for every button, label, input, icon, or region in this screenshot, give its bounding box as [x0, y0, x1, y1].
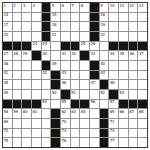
cell-number: 33 [91, 51, 96, 56]
cell-r7c14[interactable] [129, 61, 138, 70]
cell-r1c1[interactable]: 1 [3, 3, 12, 12]
cell-r2c14[interactable] [129, 13, 138, 22]
cell-r15c13[interactable] [119, 138, 128, 147]
black-cell-r15c11 [100, 138, 109, 147]
cell-number: 3 [23, 3, 25, 8]
black-cell-r11c15 [138, 100, 147, 109]
cell-r12c5[interactable] [42, 109, 51, 118]
cell-r15c12[interactable]: 77 [109, 138, 118, 147]
cell-r7c11[interactable]: 40 [100, 61, 109, 70]
black-cell-r5c1 [3, 42, 12, 51]
cell-number: 68 [139, 109, 144, 114]
cell-r4c12[interactable] [109, 32, 118, 41]
cell-r3c13[interactable] [119, 22, 128, 31]
cell-number: 12 [129, 3, 134, 8]
cell-r3c2[interactable] [13, 22, 22, 31]
cell-number: 62 [62, 109, 67, 114]
black-cell-r9c6 [51, 80, 60, 89]
cell-r12c2[interactable]: 59 [13, 109, 22, 118]
cell-r8c7[interactable]: 43 [61, 71, 70, 80]
cell-r5c5[interactable]: 24 [42, 42, 51, 51]
cell-number: 61 [33, 109, 38, 114]
cell-number: 69 [4, 119, 9, 124]
cell-r2c4[interactable] [32, 13, 41, 22]
cell-r12c4[interactable]: 61 [32, 109, 41, 118]
cell-r8c5[interactable]: 42 [42, 71, 51, 80]
cell-r13c14[interactable] [129, 119, 138, 128]
cell-number: 11 [120, 3, 125, 8]
cell-r9c7[interactable]: 46 [61, 80, 70, 89]
cell-r10c8[interactable]: 51 [71, 90, 80, 99]
cell-r9c9[interactable] [80, 80, 89, 89]
cell-r1c8[interactable]: 7 [71, 3, 80, 12]
black-cell-r12c6 [51, 109, 60, 118]
cell-number: 49 [4, 90, 9, 95]
cell-r14c5[interactable] [42, 129, 51, 138]
cell-number: 7 [71, 3, 73, 8]
cell-number: 8 [81, 3, 83, 8]
cell-number: 24 [42, 41, 47, 46]
cell-r8c13[interactable] [119, 71, 128, 80]
cell-r7c6[interactable]: 39 [51, 61, 60, 70]
cell-r2c8[interactable] [71, 13, 80, 22]
black-cell-r12c11 [100, 109, 109, 118]
cell-r10c2[interactable] [13, 90, 22, 99]
cell-r10c1[interactable]: 49 [3, 90, 12, 99]
cell-r5c11[interactable] [100, 42, 109, 51]
cell-r12c8[interactable]: 63 [71, 109, 80, 118]
cell-r15c15[interactable] [138, 138, 147, 147]
cell-r10c13[interactable]: 53 [119, 90, 128, 99]
cell-r10c10[interactable] [90, 90, 99, 99]
black-cell-r5c13 [119, 42, 128, 51]
cell-r4c15[interactable] [138, 32, 147, 41]
cell-number: 54 [42, 99, 47, 104]
black-cell-r14c6 [51, 129, 60, 138]
black-cell-r1c5 [42, 3, 51, 12]
cell-r13c1[interactable]: 69 [3, 119, 12, 128]
black-cell-r5c3 [22, 42, 31, 51]
cell-r10c3[interactable] [22, 90, 31, 99]
cell-number: 17 [4, 22, 9, 27]
cell-r15c14[interactable] [129, 138, 138, 147]
cell-r15c8[interactable] [71, 138, 80, 147]
cell-r9c4[interactable] [32, 80, 41, 89]
cell-r6c11[interactable] [100, 51, 109, 60]
cell-r3c12[interactable] [109, 22, 118, 31]
cell-number: 23 [33, 41, 38, 46]
cell-r2c12[interactable] [109, 13, 118, 22]
black-cell-r5c15 [138, 42, 147, 51]
cell-number: 42 [42, 70, 47, 75]
cell-number: 40 [100, 61, 105, 66]
cell-r9c8[interactable] [71, 80, 80, 89]
cell-r8c4[interactable] [32, 71, 41, 80]
cell-r12c12[interactable]: 65 [109, 109, 118, 118]
cell-number: 28 [13, 51, 18, 56]
cell-r2c7[interactable] [61, 13, 70, 22]
cell-r9c5[interactable] [42, 80, 51, 89]
cell-r7c2[interactable] [13, 61, 22, 70]
cell-r9c10[interactable]: 47 [90, 80, 99, 89]
cell-r12c14[interactable]: 67 [129, 109, 138, 118]
cell-r15c10[interactable] [90, 138, 99, 147]
cell-r14c4[interactable] [32, 129, 41, 138]
cell-r11c5[interactable]: 54 [42, 100, 51, 109]
cell-r4c14[interactable] [129, 32, 138, 41]
cell-r6c12[interactable]: 34 [109, 51, 118, 60]
black-cell-r4c5 [42, 32, 51, 41]
cell-r15c1[interactable]: 75 [3, 138, 12, 147]
cell-number: 4 [33, 3, 35, 8]
cell-number: 53 [120, 90, 125, 95]
cell-r11c10[interactable]: 56 [90, 100, 99, 109]
cell-r12c7[interactable]: 62 [61, 109, 70, 118]
cell-r1c12[interactable]: 10 [109, 3, 118, 12]
cell-number: 75 [4, 138, 9, 143]
cell-number: 1 [4, 3, 6, 8]
cell-r13c13[interactable] [119, 119, 128, 128]
black-cell-r13c6 [51, 119, 60, 128]
black-cell-r11c2 [13, 100, 22, 109]
cell-r9c14[interactable] [129, 80, 138, 89]
black-cell-r11c14 [129, 100, 138, 109]
cell-r8c8[interactable] [71, 71, 80, 80]
cell-r10c6[interactable]: 50 [51, 90, 60, 99]
cell-r6c6[interactable] [51, 51, 60, 60]
cell-r13c9[interactable] [80, 119, 89, 128]
cell-r12c15[interactable]: 68 [138, 109, 147, 118]
cell-r5c9[interactable]: 25 [80, 42, 89, 51]
black-cell-r1c10 [90, 3, 99, 12]
cell-number: 35 [120, 51, 125, 56]
cell-number: 16 [100, 12, 105, 17]
cell-r1c6[interactable]: 5 [51, 3, 60, 12]
cell-r9c13[interactable] [119, 80, 128, 89]
cell-r13c4[interactable] [32, 119, 41, 128]
cell-r3c8[interactable] [71, 22, 80, 31]
black-cell-r7c5 [42, 61, 51, 70]
cell-number: 52 [100, 90, 105, 95]
cell-r6c7[interactable]: 31 [61, 51, 70, 60]
cell-r7c9[interactable] [80, 61, 89, 70]
cell-r9c1[interactable]: 45 [3, 80, 12, 89]
cell-number: 30 [42, 51, 47, 56]
cell-number: 2 [13, 3, 15, 8]
black-cell-r5c2 [13, 42, 22, 51]
cell-r5c10[interactable]: 26 [90, 42, 99, 51]
cell-r14c8[interactable] [71, 129, 80, 138]
cell-r8c14[interactable] [129, 71, 138, 80]
cell-number: 29 [23, 51, 28, 56]
cell-r4c2[interactable] [13, 32, 22, 41]
cell-r14c3[interactable] [22, 129, 31, 138]
cell-number: 22 [100, 32, 105, 37]
cell-r8c11[interactable]: 44 [100, 71, 109, 80]
cell-r14c13[interactable] [119, 129, 128, 138]
cell-r2c15[interactable] [138, 13, 147, 22]
cell-r12c9[interactable]: 64 [80, 109, 89, 118]
cell-r1c14[interactable]: 12 [129, 3, 138, 12]
cell-r1c3[interactable]: 3 [22, 3, 31, 12]
cell-number: 5 [52, 3, 54, 8]
cell-r4c6[interactable]: 21 [51, 32, 60, 41]
cell-r6c2[interactable]: 28 [13, 51, 22, 60]
cell-r3c4[interactable] [32, 22, 41, 31]
black-cell-r11c13 [119, 100, 128, 109]
black-cell-r11c9 [80, 100, 89, 109]
cell-number: 66 [120, 109, 125, 114]
cell-r9c2[interactable] [13, 80, 22, 89]
cell-r1c13[interactable]: 11 [119, 3, 128, 12]
cell-r2c2[interactable] [13, 13, 22, 22]
cell-r15c9[interactable] [80, 138, 89, 147]
cell-r15c3[interactable] [22, 138, 31, 147]
cell-number: 18 [52, 22, 57, 27]
cell-number: 21 [52, 32, 57, 37]
cell-number: 76 [62, 138, 67, 143]
cell-r1c9[interactable]: 8 [80, 3, 89, 12]
black-cell-r2c10 [90, 13, 99, 22]
cell-number: 27 [4, 51, 9, 56]
cell-r6c1[interactable]: 27 [3, 51, 12, 60]
cell-r13c5[interactable] [42, 119, 51, 128]
cell-number: 72 [4, 128, 9, 133]
cell-r4c3[interactable] [22, 32, 31, 41]
black-cell-r14c11 [100, 129, 109, 138]
cell-r3c15[interactable] [138, 22, 147, 31]
cell-number: 77 [110, 138, 115, 143]
cell-r6c5[interactable]: 30 [42, 51, 51, 60]
crossword-grid: 1234567891011121314151617181920212223242… [2, 2, 148, 148]
black-cell-r11c3 [22, 100, 31, 109]
cell-number: 48 [110, 80, 115, 85]
cell-r2c3[interactable] [22, 13, 31, 22]
cell-r6c14[interactable]: 36 [129, 51, 138, 60]
cell-r6c15[interactable]: 37 [138, 51, 147, 60]
cell-r7c15[interactable] [138, 61, 147, 70]
black-cell-r13c11 [100, 119, 109, 128]
cell-r15c4[interactable] [32, 138, 41, 147]
cell-r10c14[interactable] [129, 90, 138, 99]
cell-number: 63 [71, 109, 76, 114]
cell-r11c11[interactable] [100, 100, 109, 109]
cell-r9c15[interactable] [138, 80, 147, 89]
black-cell-r7c10 [90, 61, 99, 70]
cell-r2c11[interactable]: 16 [100, 13, 109, 22]
cell-r4c7[interactable] [61, 32, 70, 41]
cell-r1c4[interactable]: 4 [32, 3, 41, 12]
cell-number: 55 [62, 99, 67, 104]
cell-number: 37 [139, 51, 144, 56]
cell-number: 56 [91, 99, 96, 104]
cell-r3c1[interactable]: 17 [3, 22, 12, 31]
cell-r6c3[interactable]: 29 [22, 51, 31, 60]
cell-r6c13[interactable]: 35 [119, 51, 128, 60]
cell-r8c3[interactable] [22, 71, 31, 80]
cell-r7c13[interactable] [119, 61, 128, 70]
black-cell-r11c4 [32, 100, 41, 109]
cell-number: 43 [62, 70, 67, 75]
cell-r10c4[interactable] [32, 90, 41, 99]
cell-r6c8[interactable]: 32 [71, 51, 80, 60]
cell-number: 47 [91, 80, 96, 85]
cell-r3c3[interactable] [22, 22, 31, 31]
cell-r4c8[interactable] [71, 32, 80, 41]
black-cell-r15c6 [51, 138, 60, 147]
cell-r14c9[interactable] [80, 129, 89, 138]
cell-r4c4[interactable] [32, 32, 41, 41]
black-cell-r2c5 [42, 13, 51, 22]
cell-r2c13[interactable] [119, 13, 128, 22]
cell-r10c15[interactable] [138, 90, 147, 99]
cell-r15c5[interactable] [42, 138, 51, 147]
cell-r10c5[interactable] [42, 90, 51, 99]
cell-r14c2[interactable] [13, 129, 22, 138]
cell-number: 39 [52, 61, 57, 66]
cell-r7c8[interactable] [71, 61, 80, 70]
black-cell-r8c10 [90, 71, 99, 80]
cell-r5c6[interactable] [51, 42, 60, 51]
black-cell-r8c6 [51, 71, 60, 80]
black-cell-r5c8 [71, 42, 80, 51]
cell-number: 59 [13, 109, 18, 114]
cell-r11c6[interactable] [51, 100, 60, 109]
cell-number: 71 [110, 119, 115, 124]
cell-r8c12[interactable] [109, 71, 118, 80]
cell-r7c12[interactable] [109, 61, 118, 70]
cell-r7c4[interactable] [32, 61, 41, 70]
black-cell-r3c10 [90, 22, 99, 31]
cell-number: 6 [62, 3, 64, 8]
cell-number: 57 [110, 99, 115, 104]
cell-r12c13[interactable]: 66 [119, 109, 128, 118]
cell-r1c11[interactable]: 9 [100, 3, 109, 12]
cell-number: 60 [23, 109, 28, 114]
cell-r13c3[interactable] [22, 119, 31, 128]
cell-number: 70 [62, 119, 67, 124]
cell-number: 51 [71, 90, 76, 95]
cell-r8c15[interactable] [138, 71, 147, 80]
black-cell-r6c4 [32, 51, 41, 60]
cell-r2c1[interactable]: 14 [3, 13, 12, 22]
black-cell-r6c9 [80, 51, 89, 60]
cell-r14c1[interactable]: 72 [3, 129, 12, 138]
cell-number: 74 [110, 128, 115, 133]
cell-number: 26 [91, 41, 96, 46]
cell-number: 25 [81, 41, 86, 46]
cell-r13c12[interactable]: 71 [109, 119, 118, 128]
black-cell-r5c7 [61, 42, 70, 51]
cell-number: 45 [4, 80, 9, 85]
cell-number: 14 [4, 12, 9, 17]
cell-number: 36 [129, 51, 134, 56]
cell-r6c10[interactable]: 33 [90, 51, 99, 60]
cell-number: 50 [52, 90, 57, 95]
cell-r1c2[interactable]: 2 [13, 3, 22, 12]
cell-r11c7[interactable]: 55 [61, 100, 70, 109]
cell-number: 32 [71, 51, 76, 56]
cell-r3c7[interactable] [61, 22, 70, 31]
cell-r4c11[interactable]: 22 [100, 32, 109, 41]
cell-r2c6[interactable]: 15 [51, 13, 60, 22]
cell-r3c14[interactable] [129, 22, 138, 31]
cell-r8c2[interactable] [13, 71, 22, 80]
cell-r12c3[interactable]: 60 [22, 109, 31, 118]
cell-r3c9[interactable] [80, 22, 89, 31]
cell-r4c1[interactable]: 20 [3, 32, 12, 41]
cell-r1c15[interactable]: 13 [138, 3, 147, 12]
cell-r15c7[interactable]: 76 [61, 138, 70, 147]
cell-r12c1[interactable]: 58 [3, 109, 12, 118]
cell-number: 46 [62, 80, 67, 85]
cell-number: 41 [4, 70, 9, 75]
cell-number: 31 [62, 51, 67, 56]
cell-r9c12[interactable]: 48 [109, 80, 118, 89]
black-cell-r10c7 [61, 90, 70, 99]
cell-number: 9 [100, 3, 102, 8]
cell-r8c9[interactable] [80, 71, 89, 80]
black-cell-r5c12 [109, 42, 118, 51]
black-cell-r11c1 [3, 100, 12, 109]
cell-r10c9[interactable] [80, 90, 89, 99]
cell-number: 73 [62, 128, 67, 133]
cell-r14c10[interactable] [90, 129, 99, 138]
cell-r8c1[interactable]: 41 [3, 71, 12, 80]
cell-r4c9[interactable] [80, 32, 89, 41]
cell-r13c7[interactable]: 70 [61, 119, 70, 128]
black-cell-r3c5 [42, 22, 51, 31]
cell-r15c2[interactable] [13, 138, 22, 147]
black-cell-r9c11 [100, 80, 109, 89]
cell-number: 34 [110, 51, 115, 56]
cell-number: 64 [81, 109, 86, 114]
cell-r2c9[interactable] [80, 13, 89, 22]
cell-number: 44 [100, 70, 105, 75]
cell-r14c7[interactable]: 73 [61, 129, 70, 138]
cell-r12c10[interactable] [90, 109, 99, 118]
cell-r7c3[interactable] [22, 61, 31, 70]
cell-r3c6[interactable]: 18 [51, 22, 60, 31]
cell-number: 13 [139, 3, 144, 8]
cell-r7c1[interactable]: 38 [3, 61, 12, 70]
cell-r9c3[interactable] [22, 80, 31, 89]
cell-r5c4[interactable]: 23 [32, 42, 41, 51]
cell-number: 65 [110, 109, 115, 114]
cell-r14c15[interactable] [138, 129, 147, 138]
cell-r14c12[interactable]: 74 [109, 129, 118, 138]
cell-number: 15 [52, 12, 57, 17]
black-cell-r11c8 [71, 100, 80, 109]
black-cell-r10c12 [109, 90, 118, 99]
cell-r7c7[interactable] [61, 61, 70, 70]
cell-r14c14[interactable] [129, 129, 138, 138]
cell-r11c12[interactable]: 57 [109, 100, 118, 109]
cell-r10c11[interactable]: 52 [100, 90, 109, 99]
cell-number: 10 [110, 3, 115, 8]
cell-number: 20 [4, 32, 9, 37]
cell-r13c10[interactable] [90, 119, 99, 128]
cell-number: 58 [4, 109, 9, 114]
cell-r13c8[interactable] [71, 119, 80, 128]
black-cell-r4c10 [90, 32, 99, 41]
cell-r13c2[interactable] [13, 119, 22, 128]
cell-r13c15[interactable] [138, 119, 147, 128]
cell-number: 38 [4, 61, 9, 66]
cell-r3c11[interactable]: 19 [100, 22, 109, 31]
cell-r1c7[interactable]: 6 [61, 3, 70, 12]
cell-r4c13[interactable] [119, 32, 128, 41]
